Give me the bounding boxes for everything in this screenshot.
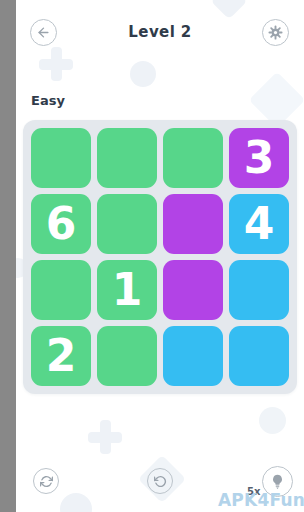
tile-r2c2[interactable] xyxy=(97,194,157,254)
gear-icon xyxy=(268,25,283,40)
tile-r2c4[interactable]: 4 xyxy=(229,194,289,254)
undo-icon xyxy=(154,475,167,488)
tile-r4c1[interactable]: 2 xyxy=(31,326,91,386)
tile-r1c4[interactable]: 3 xyxy=(229,128,289,188)
watermark: APK4Fun xyxy=(218,490,304,510)
decor-circle-bottom-right xyxy=(259,407,286,434)
decor-plus-top-left xyxy=(39,47,73,81)
tile-r3c4[interactable] xyxy=(229,260,289,320)
refresh-icon xyxy=(40,475,53,488)
decor-plus-bottom xyxy=(88,420,122,454)
shuffle-button[interactable] xyxy=(33,468,59,494)
undo-button[interactable] xyxy=(147,468,173,494)
decor-diamond-top-right xyxy=(211,0,248,19)
settings-button[interactable] xyxy=(262,19,289,46)
tile-r2c1[interactable]: 6 xyxy=(31,194,91,254)
tile-r2c3[interactable] xyxy=(163,194,223,254)
app-screen: Level 2 xyxy=(16,0,304,512)
decor-circle-top-middle xyxy=(130,61,156,87)
tile-r1c3[interactable] xyxy=(163,128,223,188)
tile-r4c4[interactable] xyxy=(229,326,289,386)
tile-r1c1[interactable] xyxy=(31,128,91,188)
puzzle-board: 36412 xyxy=(23,120,297,394)
tile-r3c3[interactable] xyxy=(163,260,223,320)
lightbulb-icon xyxy=(269,473,286,490)
tile-r3c2[interactable]: 1 xyxy=(97,260,157,320)
tile-r3c1[interactable] xyxy=(31,260,91,320)
tile-r4c2[interactable] xyxy=(97,326,157,386)
tile-r1c2[interactable] xyxy=(97,128,157,188)
decor-circle-bottom-left xyxy=(60,493,92,512)
difficulty-label: Easy xyxy=(31,93,65,108)
tile-r4c3[interactable] xyxy=(163,326,223,386)
page-title: Level 2 xyxy=(16,23,304,41)
